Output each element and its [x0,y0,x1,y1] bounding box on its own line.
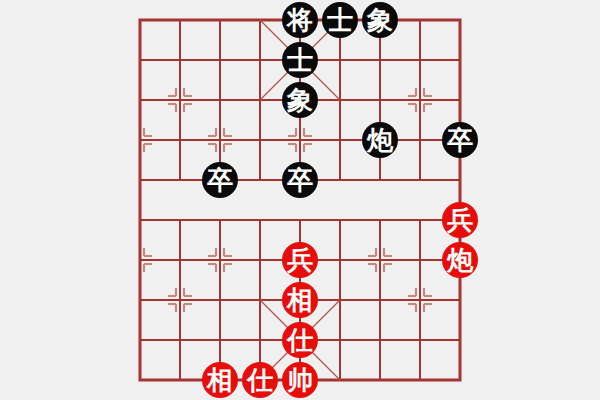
piece-black-advisor-2[interactable]: 士 [282,42,318,78]
piece-black-general[interactable]: 将 [282,2,318,38]
piece-red-advisor-1[interactable]: 仕 [282,322,318,358]
piece-black-elephant-1[interactable]: 象 [362,2,398,38]
piece-red-general[interactable]: 帅 [282,362,318,398]
piece-black-soldier-2[interactable]: 卒 [202,162,238,198]
piece-red-soldier-2[interactable]: 兵 [282,242,318,278]
piece-black-soldier-3[interactable]: 卒 [282,162,318,198]
piece-red-elephant-1[interactable]: 相 [282,282,318,318]
pieces-layer: 将士象士象炮卒卒卒兵兵炮相仕相仕帅 [0,0,600,400]
piece-black-cannon[interactable]: 炮 [362,122,398,158]
piece-black-soldier-1[interactable]: 卒 [442,122,478,158]
xiangqi-board: 将士象士象炮卒卒卒兵兵炮相仕相仕帅 [0,0,600,400]
piece-black-advisor-1[interactable]: 士 [322,2,358,38]
piece-red-advisor-2[interactable]: 仕 [242,362,278,398]
piece-black-elephant-2[interactable]: 象 [282,82,318,118]
piece-red-cannon[interactable]: 炮 [442,242,478,278]
piece-red-soldier-1[interactable]: 兵 [442,202,478,238]
piece-red-elephant-2[interactable]: 相 [202,362,238,398]
